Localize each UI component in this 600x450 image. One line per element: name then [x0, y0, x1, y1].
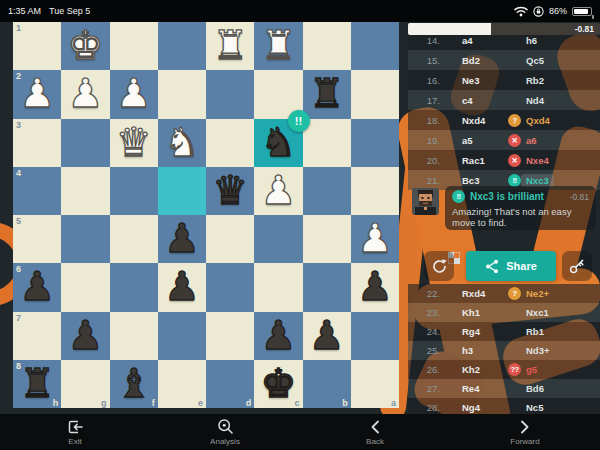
- move-number: 15.: [416, 55, 440, 66]
- move-list-top: 14.a4h615.Bd2Qc516.Ne3Rb217.c4Nd418.Nxd4…: [408, 30, 600, 190]
- forward-chevron-icon: [519, 419, 531, 435]
- move-number: 28.: [416, 402, 440, 413]
- move-number: 21.: [416, 175, 440, 186]
- bottom-toolbar: Exit Analysis Back: [0, 414, 600, 450]
- white-move-san[interactable]: c4: [462, 95, 508, 106]
- black-move-san[interactable]: Nxe4: [526, 155, 549, 166]
- square-f6[interactable]: [110, 263, 158, 311]
- black-move-san[interactable]: g5: [526, 364, 537, 375]
- black-move-san[interactable]: Bd6: [526, 383, 544, 394]
- square-e4[interactable]: [158, 167, 206, 215]
- coach-speech-bubble: !! Nxc3 is brilliant -0.81 Amazing! That…: [445, 186, 596, 230]
- white-move-san[interactable]: Kh1: [462, 307, 508, 318]
- analysis-button[interactable]: Analysis: [150, 414, 300, 450]
- mistake-icon: ?: [508, 114, 521, 127]
- rank-label-4: 4: [16, 168, 21, 178]
- white-pawn-g2[interactable]: ♟: [67, 73, 103, 113]
- black-rook-b2[interactable]: ♜: [309, 73, 345, 113]
- square-a1[interactable]: [351, 22, 399, 70]
- square-d6[interactable]: [206, 263, 254, 311]
- key-icon: [569, 258, 585, 274]
- blunder-icon: ??: [508, 363, 521, 376]
- white-knight-e3[interactable]: ♞: [164, 122, 200, 162]
- square-f5[interactable]: [110, 215, 158, 263]
- move-number: 18.: [416, 115, 440, 126]
- square-b7[interactable]: ♟: [303, 312, 351, 360]
- square-h5[interactable]: 5: [13, 215, 61, 263]
- square-e1[interactable]: [158, 22, 206, 70]
- square-c8[interactable]: c♚: [254, 360, 302, 408]
- forward-button[interactable]: Forward: [450, 414, 600, 450]
- black-move-san[interactable]: Rb1: [526, 326, 544, 337]
- black-pawn-c7[interactable]: ♟: [260, 315, 296, 355]
- square-b3[interactable]: [303, 119, 351, 167]
- white-pawn-a5[interactable]: ♟: [357, 218, 393, 258]
- white-move-san[interactable]: Ng4: [462, 402, 508, 413]
- square-a2[interactable]: [351, 70, 399, 118]
- square-c4[interactable]: ♟: [254, 167, 302, 215]
- white-move-san[interactable]: Rxd4: [462, 288, 508, 299]
- square-g7[interactable]: ♟: [61, 312, 109, 360]
- white-move-san[interactable]: Ne3: [462, 75, 508, 86]
- exit-icon: [66, 419, 84, 435]
- square-e3[interactable]: ♞: [158, 119, 206, 167]
- rank-label-7: 7: [16, 313, 21, 323]
- square-e6[interactable]: ♟: [158, 263, 206, 311]
- black-pawn-e5[interactable]: ♟: [164, 218, 200, 258]
- white-move-san[interactable]: h3: [462, 345, 508, 356]
- square-d2[interactable]: [206, 70, 254, 118]
- move-number: 26.: [416, 364, 440, 375]
- white-pawn-f2[interactable]: ♟: [116, 73, 152, 113]
- move-row-15[interactable]: 15.Bd2Qc5: [408, 50, 600, 70]
- square-h3[interactable]: 3: [13, 119, 61, 167]
- white-rook-c1[interactable]: ♜: [260, 25, 296, 65]
- move-number: 23.: [416, 307, 440, 318]
- square-d4[interactable]: ♛: [206, 167, 254, 215]
- square-a3[interactable]: [351, 119, 399, 167]
- black-queen-d4[interactable]: ♛: [212, 170, 248, 210]
- black-move-san[interactable]: Nd4: [526, 95, 544, 106]
- square-h6[interactable]: 6♟: [13, 263, 61, 311]
- square-h2[interactable]: 2♟: [13, 70, 61, 118]
- back-button[interactable]: Back: [300, 414, 450, 450]
- white-move-san[interactable]: a4: [462, 35, 508, 46]
- square-b8[interactable]: b: [303, 360, 351, 408]
- analysis-icon: [217, 418, 234, 435]
- square-g2[interactable]: ♟: [61, 70, 109, 118]
- white-move-san[interactable]: Nxd4: [462, 115, 508, 126]
- file-label-a: a: [391, 398, 396, 408]
- move-row-19[interactable]: 19.a5✕a6: [408, 130, 600, 150]
- square-a6[interactable]: ♟: [351, 263, 399, 311]
- square-g8[interactable]: g: [61, 360, 109, 408]
- brilliant-move-badge: !!: [288, 110, 310, 132]
- square-h4[interactable]: 4: [13, 167, 61, 215]
- square-g4[interactable]: [61, 167, 109, 215]
- black-pawn-b7[interactable]: ♟: [309, 315, 345, 355]
- black-pawn-e6[interactable]: ♟: [164, 266, 200, 306]
- move-number: 24.: [416, 326, 440, 337]
- square-h8[interactable]: 8h♜: [13, 360, 61, 408]
- key-button[interactable]: [562, 251, 592, 281]
- file-label-f: f: [152, 398, 155, 408]
- brilliant-icon: !!: [508, 174, 521, 187]
- square-f7[interactable]: [110, 312, 158, 360]
- analysis-panel: 14.a4h615.Bd2Qc516.Ne3Rb217.c4Nd418.Nxd4…: [408, 23, 600, 414]
- retry-icon: [431, 258, 448, 275]
- move-number: 27.: [416, 383, 440, 394]
- clock-time: 1:35 AM: [8, 6, 41, 16]
- square-h1[interactable]: 1: [13, 22, 61, 70]
- white-move-san[interactable]: Bd2: [462, 55, 508, 66]
- square-a5[interactable]: ♟: [351, 215, 399, 263]
- square-a8[interactable]: a: [351, 360, 399, 408]
- move-number: 14.: [416, 35, 440, 46]
- square-b5[interactable]: [303, 215, 351, 263]
- exit-button[interactable]: Exit: [0, 414, 150, 450]
- square-f8[interactable]: f♝: [110, 360, 158, 408]
- white-move-san[interactable]: Re4: [462, 383, 508, 394]
- black-pawn-g7[interactable]: ♟: [67, 315, 103, 355]
- black-move-san[interactable]: h6: [526, 35, 537, 46]
- rotation-lock-icon: [533, 6, 544, 17]
- move-row-23[interactable]: 23.Kh1Nxc1: [408, 303, 600, 322]
- brilliant-icon: !!: [452, 190, 465, 203]
- black-bishop-f8[interactable]: ♝: [116, 363, 152, 403]
- battery-percent: 86%: [549, 6, 567, 16]
- move-number: 20.: [416, 155, 440, 166]
- move-row-17[interactable]: 17.c4Nd4: [408, 90, 600, 110]
- square-d8[interactable]: d: [206, 360, 254, 408]
- square-d1[interactable]: ♜: [206, 22, 254, 70]
- move-number: 17.: [416, 95, 440, 106]
- square-f2[interactable]: ♟: [110, 70, 158, 118]
- square-c3[interactable]: ♞!!: [254, 119, 302, 167]
- evaluation-value: -0.81: [575, 24, 594, 34]
- square-f4[interactable]: [110, 167, 158, 215]
- square-d3[interactable]: [206, 119, 254, 167]
- move-row-24[interactable]: 24.Rg4Rb1: [408, 322, 600, 341]
- chess-board[interactable]: 1♚♜♜2♟♟♟♜3♛♞♞!!4♛♟5♟♟6♟♟♟7♟♟♟8h♜gf♝edc♚b…: [13, 22, 399, 408]
- square-g6[interactable]: [61, 263, 109, 311]
- mistake-icon: ?: [508, 287, 521, 300]
- white-rook-d1[interactable]: ♜: [212, 25, 248, 65]
- square-b4[interactable]: [303, 167, 351, 215]
- black-move-san[interactable]: Ne2+: [526, 288, 549, 299]
- black-pawn-a6[interactable]: ♟: [357, 266, 393, 306]
- white-move-san[interactable]: Rg4: [462, 326, 508, 337]
- white-move-san[interactable]: Bc3: [462, 175, 508, 186]
- comment-eval: -0.81: [570, 192, 589, 202]
- rank-label-3: 3: [16, 120, 21, 130]
- rank-label-5: 5: [16, 216, 21, 226]
- comment-body: Amazing! That's not an easy move to find…: [452, 207, 589, 229]
- coach-avatar: [412, 188, 439, 215]
- evaluation-bar: -0.81: [408, 23, 600, 35]
- move-number: 22.: [416, 288, 440, 299]
- black-move-san[interactable]: Nxc1: [526, 307, 549, 318]
- square-g1[interactable]: ♚: [61, 22, 109, 70]
- move-row-27[interactable]: 27.Re4Bd6: [408, 379, 600, 398]
- black-move-san[interactable]: Nc5: [526, 402, 543, 413]
- black-move-san[interactable]: Nxc3: [521, 174, 554, 187]
- square-c5[interactable]: [254, 215, 302, 263]
- file-label-d: d: [246, 398, 252, 408]
- square-c1[interactable]: ♜: [254, 22, 302, 70]
- black-move-san[interactable]: Rb2: [526, 75, 544, 86]
- move-row-20[interactable]: 20.Rac1✕Nxe4: [408, 150, 600, 170]
- white-move-san[interactable]: Rac1: [462, 155, 508, 166]
- status-bar: 1:35 AM Tue Sep 5 86%: [0, 0, 600, 22]
- square-e2[interactable]: [158, 70, 206, 118]
- move-row-25[interactable]: 25.h3Nd3+: [408, 341, 600, 360]
- clock-date: Tue Sep 5: [49, 6, 90, 16]
- move-row-16[interactable]: 16.Ne3Rb2: [408, 70, 600, 90]
- retry-button[interactable]: [424, 251, 454, 281]
- white-pawn-c4[interactable]: ♟: [260, 170, 296, 210]
- move-number: 19.: [416, 135, 440, 146]
- square-f3[interactable]: ♛: [110, 119, 158, 167]
- square-b1[interactable]: [303, 22, 351, 70]
- battery-icon: [572, 7, 592, 16]
- move-list-bottom: 22.Rxd4?Ne2+23.Kh1Nxc124.Rg4Rb125.h3Nd3+…: [408, 284, 600, 417]
- move-number: 25.: [416, 345, 440, 356]
- square-f1[interactable]: [110, 22, 158, 70]
- white-king-g1[interactable]: ♚: [67, 25, 103, 65]
- square-b6[interactable]: [303, 263, 351, 311]
- share-button[interactable]: Share: [466, 251, 556, 281]
- square-c7[interactable]: ♟: [254, 312, 302, 360]
- miss-icon: ✕: [508, 154, 521, 167]
- square-a7[interactable]: [351, 312, 399, 360]
- move-row-18[interactable]: 18.Nxd4?Qxd4: [408, 110, 600, 130]
- miss-icon: ✕: [508, 134, 521, 147]
- app-screen: 1:35 AM Tue Sep 5 86%: [0, 0, 600, 450]
- move-number: 16.: [416, 75, 440, 86]
- square-h7[interactable]: 7: [13, 312, 61, 360]
- square-e8[interactable]: e: [158, 360, 206, 408]
- move-row-22[interactable]: 22.Rxd4?Ne2+: [408, 284, 600, 303]
- white-pawn-h2[interactable]: ♟: [19, 73, 55, 113]
- black-pawn-h6[interactable]: ♟: [19, 266, 55, 306]
- white-move-san[interactable]: Kh2: [462, 364, 508, 375]
- comment-title: Nxc3 is brilliant: [470, 191, 544, 202]
- square-d5[interactable]: [206, 215, 254, 263]
- square-g5[interactable]: [61, 215, 109, 263]
- square-g3[interactable]: [61, 119, 109, 167]
- share-icon: [485, 259, 499, 274]
- square-c6[interactable]: [254, 263, 302, 311]
- square-a4[interactable]: [351, 167, 399, 215]
- white-move-san[interactable]: a5: [462, 135, 508, 146]
- white-queen-f3[interactable]: ♛: [116, 122, 152, 162]
- square-e5[interactable]: ♟: [158, 215, 206, 263]
- black-rook-h8[interactable]: ♜: [19, 363, 55, 403]
- file-label-e: e: [198, 398, 203, 408]
- move-row-26[interactable]: 26.Kh2??g5: [408, 360, 600, 379]
- black-move-san[interactable]: Qc5: [526, 55, 544, 66]
- back-chevron-icon: [369, 419, 381, 435]
- square-e7[interactable]: [158, 312, 206, 360]
- black-king-c8[interactable]: ♚: [260, 363, 296, 403]
- black-move-san[interactable]: Qxd4: [526, 115, 550, 126]
- black-move-san[interactable]: a6: [526, 135, 537, 146]
- wifi-icon: [514, 5, 528, 17]
- file-label-b: b: [342, 398, 348, 408]
- action-row: Share: [408, 250, 600, 282]
- rank-label-1: 1: [16, 23, 21, 33]
- file-label-g: g: [101, 398, 107, 408]
- black-move-san[interactable]: Nd3+: [526, 345, 550, 356]
- square-b2[interactable]: ♜: [303, 70, 351, 118]
- square-d7[interactable]: [206, 312, 254, 360]
